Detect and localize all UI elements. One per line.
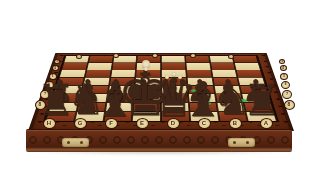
rank-medallion-right-3: 3 (279, 59, 285, 64)
square-a2 (234, 63, 261, 70)
square-g2 (86, 63, 112, 70)
box-front-face (26, 129, 292, 152)
square-g1 (88, 56, 113, 63)
chess-set-photo: HGFEDCBA876543876543♟♟♟♟♟♟♟♟♜♞♝♚♛♝♞♜ (0, 0, 310, 174)
left-clasp-inlay (62, 138, 89, 147)
rank-medallion-right-8: 8 (284, 100, 295, 110)
rank-medallion-right-4: 4 (280, 65, 287, 71)
far-border-medallion (228, 54, 234, 59)
right-clasp-inlay (228, 138, 255, 147)
queen-crown-tip (165, 75, 169, 79)
square-b2 (210, 63, 236, 70)
piece-a8-rook: ♜ (241, 79, 284, 122)
king-finial (144, 67, 148, 71)
queen-crown-tip (178, 75, 182, 79)
rank-medallion-left-4: 4 (52, 65, 59, 71)
square-h2 (61, 63, 88, 70)
far-border-medallion (190, 53, 196, 58)
square-a1 (233, 56, 259, 63)
square-c1 (185, 56, 210, 63)
rank-medallion-left-3: 3 (54, 59, 60, 64)
rank-medallion-right-7: 7 (282, 90, 292, 99)
far-border-medallion (76, 54, 82, 59)
queen-crown-tip (172, 72, 176, 76)
